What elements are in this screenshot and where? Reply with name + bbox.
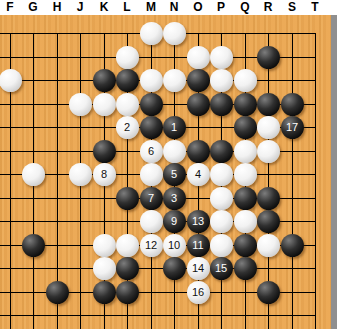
stone-white-K10[interactable]: [93, 234, 116, 257]
grid-line-v-S: [292, 33, 293, 329]
stone-black-M15[interactable]: [140, 116, 163, 139]
stone-black-N15-move-1[interactable]: 1: [163, 116, 186, 139]
stone-white-O13-move-4[interactable]: 4: [187, 163, 210, 186]
col-label-P: P: [211, 0, 231, 15]
stone-black-L8[interactable]: [116, 281, 139, 304]
stone-white-J13[interactable]: [69, 163, 92, 186]
stone-white-F17[interactable]: [0, 69, 22, 92]
stone-black-L12[interactable]: [116, 187, 139, 210]
stone-black-O17[interactable]: [187, 69, 210, 92]
stone-white-Q14[interactable]: [234, 140, 257, 163]
stone-black-P9-move-15[interactable]: 15: [210, 257, 233, 280]
stone-black-S16[interactable]: [281, 93, 304, 116]
stone-white-R15[interactable]: [257, 116, 280, 139]
stone-black-N12-move-3[interactable]: 3: [163, 187, 186, 210]
go-board-screenshot: FGHJKLMNOPQRST 19181716151413121110987 2…: [0, 0, 356, 329]
stone-black-P16[interactable]: [210, 93, 233, 116]
stone-black-R18[interactable]: [257, 46, 280, 69]
stone-white-N10-move-10[interactable]: 10: [163, 234, 186, 257]
stone-white-M11[interactable]: [140, 210, 163, 233]
stone-white-N19[interactable]: [163, 22, 186, 45]
stone-black-Q16[interactable]: [234, 93, 257, 116]
top-coordinate-labels: FGHJKLMNOPQRST: [0, 0, 337, 15]
grid-line-v-T: [315, 33, 316, 329]
stone-white-P10[interactable]: [210, 234, 233, 257]
stone-black-M12-move-7[interactable]: 7: [140, 187, 163, 210]
stone-black-Q15[interactable]: [234, 116, 257, 139]
col-label-R: R: [258, 0, 278, 15]
stone-black-G10[interactable]: [22, 234, 45, 257]
stone-black-K17[interactable]: [93, 69, 116, 92]
stone-white-M14-move-6[interactable]: 6: [140, 140, 163, 163]
stone-white-N17[interactable]: [163, 69, 186, 92]
stone-black-O14[interactable]: [187, 140, 210, 163]
right-coordinate-labels: 19181716151413121110987: [337, 0, 356, 329]
stone-white-L18[interactable]: [116, 46, 139, 69]
stone-black-Q10[interactable]: [234, 234, 257, 257]
stone-black-N9[interactable]: [163, 257, 186, 280]
stone-white-L16[interactable]: [116, 93, 139, 116]
stone-white-K13-move-8[interactable]: 8: [93, 163, 116, 186]
col-label-K: K: [94, 0, 114, 15]
stone-white-L10[interactable]: [116, 234, 139, 257]
stone-white-O8-move-16[interactable]: 16: [187, 281, 210, 304]
col-label-G: G: [23, 0, 43, 15]
stone-black-R16[interactable]: [257, 93, 280, 116]
stone-white-M10-move-12[interactable]: 12: [140, 234, 163, 257]
stone-white-M17[interactable]: [140, 69, 163, 92]
stone-white-P17[interactable]: [210, 69, 233, 92]
col-label-H: H: [47, 0, 67, 15]
stone-black-L17[interactable]: [116, 69, 139, 92]
stone-white-Q13[interactable]: [234, 163, 257, 186]
stone-black-K14[interactable]: [93, 140, 116, 163]
stone-white-Q11[interactable]: [234, 210, 257, 233]
col-label-J: J: [70, 0, 90, 15]
stone-white-N14[interactable]: [163, 140, 186, 163]
grid-line-h-7: [0, 315, 316, 316]
stone-white-G13[interactable]: [22, 163, 45, 186]
stone-black-L9[interactable]: [116, 257, 139, 280]
stone-black-O11-move-13[interactable]: 13: [187, 210, 210, 233]
col-label-S: S: [282, 0, 302, 15]
stone-white-L15-move-2[interactable]: 2: [116, 116, 139, 139]
stone-white-Q17[interactable]: [234, 69, 257, 92]
stone-white-P12[interactable]: [210, 187, 233, 210]
stone-black-Q9[interactable]: [234, 257, 257, 280]
stone-black-S15-move-17[interactable]: 17: [281, 116, 304, 139]
col-label-L: L: [117, 0, 137, 15]
stone-black-K8[interactable]: [93, 281, 116, 304]
col-label-F: F: [0, 0, 20, 15]
col-label-N: N: [164, 0, 184, 15]
stone-black-Q12[interactable]: [234, 187, 257, 210]
stone-black-N11-move-9[interactable]: 9: [163, 210, 186, 233]
stone-white-J16[interactable]: [69, 93, 92, 116]
col-label-T: T: [305, 0, 325, 15]
stone-white-M19[interactable]: [140, 22, 163, 45]
stone-white-K9[interactable]: [93, 257, 116, 280]
stone-black-N13-move-5[interactable]: 5: [163, 163, 186, 186]
stone-white-R14[interactable]: [257, 140, 280, 163]
stone-white-K16[interactable]: [93, 93, 116, 116]
stone-white-R10[interactable]: [257, 234, 280, 257]
col-label-O: O: [188, 0, 208, 15]
stone-black-O10-move-11[interactable]: 11: [187, 234, 210, 257]
stone-black-O16[interactable]: [187, 93, 210, 116]
stone-white-O18[interactable]: [187, 46, 210, 69]
stone-white-O9-move-14[interactable]: 14: [187, 257, 210, 280]
stone-white-P11[interactable]: [210, 210, 233, 233]
stone-black-P14[interactable]: [210, 140, 233, 163]
stone-black-M16[interactable]: [140, 93, 163, 116]
stone-black-R11[interactable]: [257, 210, 280, 233]
col-label-M: M: [141, 0, 161, 15]
stone-black-H8[interactable]: [46, 281, 69, 304]
stone-black-S10[interactable]: [281, 234, 304, 257]
stone-white-P13[interactable]: [210, 163, 233, 186]
stone-white-M13[interactable]: [140, 163, 163, 186]
grid-line-h-9: [0, 268, 316, 269]
stone-black-R8[interactable]: [257, 281, 280, 304]
stone-black-R12[interactable]: [257, 187, 280, 210]
stone-white-P18[interactable]: [210, 46, 233, 69]
col-label-Q: Q: [235, 0, 255, 15]
